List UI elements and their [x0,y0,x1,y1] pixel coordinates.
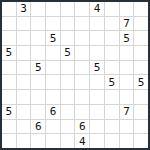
cell-r4c4[interactable] [46,46,60,60]
cell-r8c2[interactable] [17,105,31,119]
cell-r10c7[interactable] [90,134,104,148]
cell-r1c5[interactable] [61,2,75,16]
cell-r6c4[interactable] [46,75,60,89]
cell-r9c3: 6 [31,120,45,134]
cell-r7c1[interactable] [2,90,16,104]
cell-r10c3[interactable] [31,134,45,148]
cell-r10c5[interactable] [61,134,75,148]
cell-r1c4[interactable] [46,2,60,16]
cell-r8c6[interactable] [75,105,89,119]
cell-r5c10[interactable] [134,61,148,75]
cell-r6c2[interactable] [17,75,31,89]
cell-r10c1[interactable] [2,134,16,148]
cell-r4c10[interactable] [134,46,148,60]
cell-r4c9[interactable] [120,46,134,60]
cell-r7c5[interactable] [61,90,75,104]
cell-r3c4: 5 [46,31,60,45]
cell-r3c2[interactable] [17,31,31,45]
cell-r2c7[interactable] [90,17,104,31]
cell-r2c4[interactable] [46,17,60,31]
cell-r8c5[interactable] [61,105,75,119]
cell-r1c7: 4 [90,2,104,16]
cell-r2c2[interactable] [17,17,31,31]
cell-r7c6[interactable] [75,90,89,104]
cell-r8c4: 6 [46,105,60,119]
cell-r9c2[interactable] [17,120,31,134]
cell-r2c3[interactable] [31,17,45,31]
cell-r10c2[interactable] [17,134,31,148]
cell-r2c6[interactable] [75,17,89,31]
cell-r9c8[interactable] [105,120,119,134]
cell-r9c9[interactable] [120,120,134,134]
cell-r10c6: 4 [75,134,89,148]
cell-r2c10[interactable] [134,17,148,31]
cell-r1c2: 3 [17,2,31,16]
cell-r6c1[interactable] [2,75,16,89]
cell-r10c8[interactable] [105,134,119,148]
cell-r4c3[interactable] [31,46,45,60]
cell-r4c8[interactable] [105,46,119,60]
cell-r3c6[interactable] [75,31,89,45]
cell-r10c4[interactable] [46,134,60,148]
cell-r6c10: 5 [134,75,148,89]
cell-r9c7[interactable] [90,120,104,134]
cell-r6c8: 5 [105,75,119,89]
cell-r8c7[interactable] [90,105,104,119]
cell-r2c8[interactable] [105,17,119,31]
cell-r5c7: 5 [90,61,104,75]
cell-r6c5[interactable] [61,75,75,89]
cell-r8c8[interactable] [105,105,119,119]
cell-r7c2[interactable] [17,90,31,104]
cell-r7c10[interactable] [134,90,148,104]
cell-r3c8[interactable] [105,31,119,45]
cell-r7c9[interactable] [120,90,134,104]
cell-r7c3[interactable] [31,90,45,104]
cell-r5c4[interactable] [46,61,60,75]
cell-r3c7[interactable] [90,31,104,45]
cell-r2c9: 7 [120,17,134,31]
cell-r4c5: 5 [61,46,75,60]
cell-r6c6[interactable] [75,75,89,89]
cell-r9c6: 6 [75,120,89,134]
cell-r1c6[interactable] [75,2,89,16]
cell-r4c2[interactable] [17,46,31,60]
cell-r8c10[interactable] [134,105,148,119]
cell-r8c3[interactable] [31,105,45,119]
cell-r9c4[interactable] [46,120,60,134]
cell-r6c3[interactable] [31,75,45,89]
cell-r1c10[interactable] [134,2,148,16]
cell-r5c8[interactable] [105,61,119,75]
cell-r4c6[interactable] [75,46,89,60]
cell-r2c5[interactable] [61,17,75,31]
cell-r5c5[interactable] [61,61,75,75]
cell-r8c9: 7 [120,105,134,119]
cell-r4c7[interactable] [90,46,104,60]
cell-r5c3: 5 [31,61,45,75]
cell-r5c1[interactable] [2,61,16,75]
cell-r3c5[interactable] [61,31,75,45]
cell-r10c10[interactable] [134,134,148,148]
cell-r6c7[interactable] [90,75,104,89]
cell-r5c6[interactable] [75,61,89,75]
cell-r7c8[interactable] [105,90,119,104]
cell-r9c10[interactable] [134,120,148,134]
cell-r1c9[interactable] [120,2,134,16]
cell-r5c2[interactable] [17,61,31,75]
cell-r8c1: 5 [2,105,16,119]
cell-r10c9[interactable] [120,134,134,148]
cell-r7c7[interactable] [90,90,104,104]
cell-r3c10[interactable] [134,31,148,45]
board: 34755555555567664 [0,0,150,150]
cell-r4c1: 5 [2,46,16,60]
cell-r3c9: 5 [120,31,134,45]
cell-r3c3[interactable] [31,31,45,45]
cell-r7c4[interactable] [46,90,60,104]
cell-r3c1[interactable] [2,31,16,45]
cell-r1c3[interactable] [31,2,45,16]
cell-r2c1[interactable] [2,17,16,31]
cell-r6c9[interactable] [120,75,134,89]
cell-r9c5[interactable] [61,120,75,134]
cell-r9c1[interactable] [2,120,16,134]
cell-r1c8[interactable] [105,2,119,16]
cell-r1c1[interactable] [2,2,16,16]
cell-r5c9[interactable] [120,61,134,75]
